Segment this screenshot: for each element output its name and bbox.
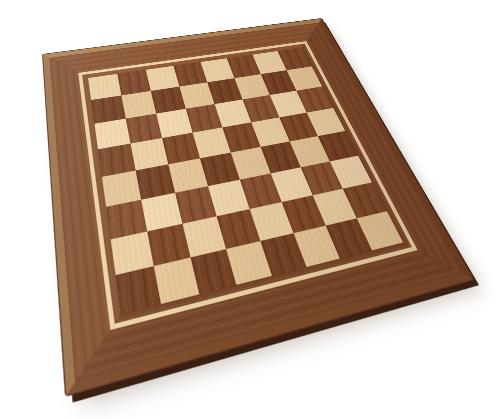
chessboard-photo <box>0 0 500 419</box>
chess-board <box>42 18 475 397</box>
